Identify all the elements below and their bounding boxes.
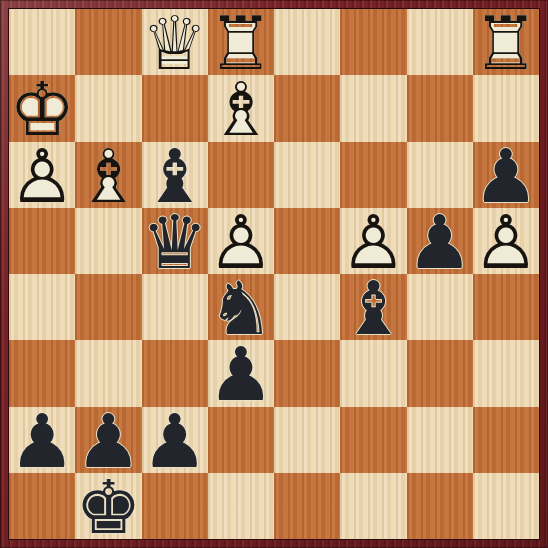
square-h5[interactable]: ♟♙ [473, 208, 539, 274]
square-a2[interactable]: ♟ [9, 407, 75, 473]
square-b6[interactable]: ♝♗ [75, 142, 141, 208]
square-d3[interactable]: ♟ [208, 340, 274, 406]
square-b8[interactable] [75, 9, 141, 75]
square-a4[interactable] [9, 274, 75, 340]
white-queen-outline-icon: ♕ [142, 6, 208, 80]
square-d1[interactable] [208, 473, 274, 539]
black-king-icon: ♚ [75, 470, 141, 544]
square-e6[interactable] [274, 142, 340, 208]
square-g5[interactable]: ♟ [407, 208, 473, 274]
white-rook-outline-icon: ♖ [473, 6, 539, 80]
square-c2[interactable]: ♟ [142, 407, 208, 473]
piece-black-king-b1[interactable]: ♚ [75, 473, 141, 539]
black-queen-icon: ♛ [142, 205, 208, 279]
square-h2[interactable] [473, 407, 539, 473]
board: ♛♕♜♖♜♖♚♔♝♗♟♙♝♗♝♟♛♟♙♟♙♟♟♙♞♝♟♟♟♟♚ [9, 9, 539, 539]
square-b1[interactable]: ♚ [75, 473, 141, 539]
black-pawn-icon: ♟ [407, 205, 473, 279]
white-pawn-outline-icon: ♙ [9, 139, 75, 213]
piece-black-queen-c5[interactable]: ♛ [142, 208, 208, 274]
white-bishop-outline-icon: ♗ [75, 139, 141, 213]
square-f2[interactable] [340, 407, 406, 473]
square-e3[interactable] [274, 340, 340, 406]
square-f1[interactable] [340, 473, 406, 539]
square-e1[interactable] [274, 473, 340, 539]
square-f4[interactable]: ♝ [340, 274, 406, 340]
square-a6[interactable]: ♟♙ [9, 142, 75, 208]
piece-white-pawn-a6[interactable]: ♟♙ [9, 142, 75, 208]
piece-white-bishop-d7[interactable]: ♝♗ [208, 75, 274, 141]
piece-white-pawn-h5[interactable]: ♟♙ [473, 208, 539, 274]
white-bishop-outline-icon: ♗ [208, 72, 274, 146]
square-c4[interactable] [142, 274, 208, 340]
square-c5[interactable]: ♛ [142, 208, 208, 274]
black-pawn-icon: ♟ [9, 404, 75, 478]
board-frame: ♛♕♜♖♜♖♚♔♝♗♟♙♝♗♝♟♛♟♙♟♙♟♟♙♞♝♟♟♟♟♚ [0, 0, 548, 548]
square-c1[interactable] [142, 473, 208, 539]
piece-white-rook-h8[interactable]: ♜♖ [473, 9, 539, 75]
square-e4[interactable] [274, 274, 340, 340]
square-c8[interactable]: ♛♕ [142, 9, 208, 75]
square-g7[interactable] [407, 75, 473, 141]
square-h3[interactable] [473, 340, 539, 406]
square-b4[interactable] [75, 274, 141, 340]
square-e2[interactable] [274, 407, 340, 473]
square-g4[interactable] [407, 274, 473, 340]
piece-black-pawn-g5[interactable]: ♟ [407, 208, 473, 274]
square-h8[interactable]: ♜♖ [473, 9, 539, 75]
white-pawn-outline-icon: ♙ [473, 205, 539, 279]
square-d7[interactable]: ♝♗ [208, 75, 274, 141]
square-g8[interactable] [407, 9, 473, 75]
piece-white-queen-c8[interactable]: ♛♕ [142, 9, 208, 75]
piece-black-pawn-d3[interactable]: ♟ [208, 340, 274, 406]
square-g2[interactable] [407, 407, 473, 473]
square-a5[interactable] [9, 208, 75, 274]
piece-white-bishop-b6[interactable]: ♝♗ [75, 142, 141, 208]
square-a1[interactable] [9, 473, 75, 539]
black-pawn-icon: ♟ [208, 337, 274, 411]
piece-black-bishop-f4[interactable]: ♝ [340, 274, 406, 340]
square-g3[interactable] [407, 340, 473, 406]
square-b5[interactable] [75, 208, 141, 274]
square-f7[interactable] [340, 75, 406, 141]
black-bishop-icon: ♝ [340, 271, 406, 345]
piece-black-pawn-c2[interactable]: ♟ [142, 407, 208, 473]
square-f3[interactable] [340, 340, 406, 406]
square-e5[interactable] [274, 208, 340, 274]
square-g1[interactable] [407, 473, 473, 539]
square-h4[interactable] [473, 274, 539, 340]
square-h1[interactable] [473, 473, 539, 539]
piece-black-pawn-a2[interactable]: ♟ [9, 407, 75, 473]
square-f8[interactable] [340, 9, 406, 75]
black-pawn-icon: ♟ [142, 404, 208, 478]
square-e8[interactable] [274, 9, 340, 75]
square-d2[interactable] [208, 407, 274, 473]
square-e7[interactable] [274, 75, 340, 141]
